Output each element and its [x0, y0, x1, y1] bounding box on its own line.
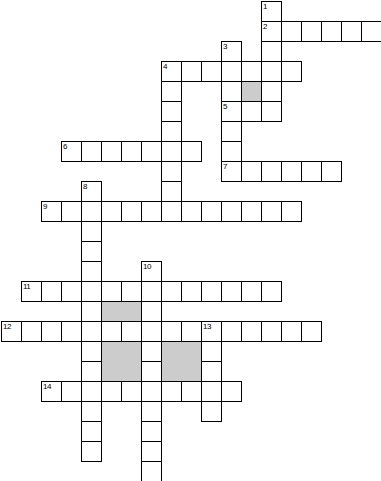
cell-r12-c4[interactable]: [81, 241, 102, 262]
cell-r16-c11[interactable]: [221, 321, 242, 342]
cell-r16-c12[interactable]: [241, 321, 262, 342]
cell-r19-c2[interactable]: 14: [41, 381, 62, 402]
cell-r19-c7[interactable]: [141, 381, 162, 402]
crossword-board: 1234567891011121314: [0, 0, 381, 481]
cell-r3-c14[interactable]: [281, 61, 302, 82]
cell-r10-c9[interactable]: [181, 201, 202, 222]
cell-r10-c2[interactable]: 9: [41, 201, 62, 222]
cell-r11-c4[interactable]: [81, 221, 102, 242]
cell-r16-c10[interactable]: 13: [201, 321, 222, 342]
cell-r21-c7[interactable]: [141, 421, 162, 442]
cell-r14-c6[interactable]: [121, 281, 142, 302]
cell-r22-c4[interactable]: [81, 441, 102, 462]
cell-r16-c3[interactable]: [61, 321, 82, 342]
cell-r5-c12[interactable]: [241, 101, 262, 122]
cell-r7-c6[interactable]: [121, 141, 142, 162]
cell-r8-c8[interactable]: [161, 161, 182, 182]
clue-number-10: 10: [143, 262, 151, 271]
cell-r1-c17[interactable]: [341, 21, 362, 42]
cell-r9-c4[interactable]: 8: [81, 181, 102, 202]
clue-number-9: 9: [43, 202, 47, 211]
cell-r20-c10[interactable]: [201, 401, 222, 422]
cell-r17-c10[interactable]: [201, 341, 222, 362]
cell-r5-c11[interactable]: 5: [221, 101, 242, 122]
clue-number-5: 5: [223, 102, 227, 111]
cell-r17-c4[interactable]: [81, 341, 102, 362]
cell-r8-c15[interactable]: [301, 161, 322, 182]
cell-r22-c7[interactable]: [141, 441, 162, 462]
cell-r10-c6[interactable]: [121, 201, 142, 222]
cell-r10-c10[interactable]: [201, 201, 222, 222]
cell-r14-c7[interactable]: [141, 281, 162, 302]
cell-r16-c5[interactable]: [101, 321, 122, 342]
cell-r19-c11[interactable]: [221, 381, 242, 402]
clue-number-6: 6: [63, 142, 67, 151]
cell-r13-c7[interactable]: 10: [141, 261, 162, 282]
cell-r1-c13[interactable]: 2: [261, 21, 282, 42]
cell-r7-c5[interactable]: [101, 141, 122, 162]
clue-number-2: 2: [263, 22, 267, 31]
cell-r16-c14[interactable]: [281, 321, 302, 342]
cell-r8-c12[interactable]: [241, 161, 262, 182]
clue-number-4: 4: [163, 62, 167, 71]
cell-r3-c8[interactable]: 4: [161, 61, 182, 82]
cell-r19-c5[interactable]: [101, 381, 122, 402]
cell-r7-c4[interactable]: [81, 141, 102, 162]
cell-r6-c11[interactable]: [221, 121, 242, 142]
cell-r14-c12[interactable]: [241, 281, 262, 302]
cell-r13-c4[interactable]: [81, 261, 102, 282]
cell-r19-c3[interactable]: [61, 381, 82, 402]
cell-r3-c11[interactable]: [221, 61, 242, 82]
cell-r16-c0[interactable]: 12: [1, 321, 22, 342]
clue-number-7: 7: [223, 162, 227, 171]
cell-r16-c1[interactable]: [21, 321, 42, 342]
cell-r7-c3[interactable]: 6: [61, 141, 82, 162]
cell-r8-c13[interactable]: [261, 161, 282, 182]
cell-r5-c13[interactable]: [261, 101, 282, 122]
cell-r10-c3[interactable]: [61, 201, 82, 222]
cell-r7-c11[interactable]: [221, 141, 242, 162]
cell-r4-c11[interactable]: [221, 81, 242, 102]
cell-r19-c10[interactable]: [201, 381, 222, 402]
cell-r16-c4[interactable]: [81, 321, 102, 342]
cell-r14-c3[interactable]: [61, 281, 82, 302]
cell-r14-c4[interactable]: [81, 281, 102, 302]
cell-r3-c12[interactable]: [241, 61, 262, 82]
cell-r3-c9[interactable]: [181, 61, 202, 82]
clue-number-12: 12: [3, 322, 11, 331]
shaded-block: [241, 81, 262, 102]
cell-r8-c11[interactable]: 7: [221, 161, 242, 182]
clue-number-13: 13: [203, 322, 211, 331]
cell-r15-c7[interactable]: [141, 301, 162, 322]
cell-r3-c13[interactable]: [261, 61, 282, 82]
cell-r14-c2[interactable]: [41, 281, 62, 302]
cell-r4-c8[interactable]: [161, 81, 182, 102]
cell-r14-c1[interactable]: 11: [21, 281, 42, 302]
cell-r19-c6[interactable]: [121, 381, 142, 402]
cell-r1-c15[interactable]: [301, 21, 322, 42]
cell-r16-c6[interactable]: [121, 321, 142, 342]
cell-r5-c8[interactable]: [161, 101, 182, 122]
clue-number-1: 1: [263, 2, 267, 11]
cell-r1-c16[interactable]: [321, 21, 342, 42]
cell-r8-c16[interactable]: [321, 161, 342, 182]
cell-r4-c13[interactable]: [261, 81, 282, 102]
cell-r23-c7[interactable]: [141, 461, 162, 481]
clue-number-14: 14: [43, 382, 51, 391]
cell-r18-c10[interactable]: [201, 361, 222, 382]
cell-r16-c13[interactable]: [261, 321, 282, 342]
cell-r14-c8[interactable]: [161, 281, 182, 302]
cell-r1-c14[interactable]: [281, 21, 302, 42]
clue-number-3: 3: [223, 42, 227, 51]
cell-r14-c13[interactable]: [261, 281, 282, 302]
cell-r7-c9[interactable]: [181, 141, 202, 162]
cell-r16-c8[interactable]: [161, 321, 182, 342]
cell-r14-c9[interactable]: [181, 281, 202, 302]
cell-r10-c13[interactable]: [261, 201, 282, 222]
cell-r18-c7[interactable]: [141, 361, 162, 382]
cell-r16-c7[interactable]: [141, 321, 162, 342]
cell-r2-c11[interactable]: 3: [221, 41, 242, 62]
cell-r10-c4[interactable]: [81, 201, 102, 222]
cell-r10-c8[interactable]: [161, 201, 182, 222]
cell-r15-c4[interactable]: [81, 301, 102, 322]
cell-r17-c7[interactable]: [141, 341, 162, 362]
cell-r19-c8[interactable]: [161, 381, 182, 402]
cell-r7-c8[interactable]: [161, 141, 182, 162]
cell-r1-c18[interactable]: [361, 21, 381, 42]
cell-r14-c11[interactable]: [221, 281, 242, 302]
cell-r6-c8[interactable]: [161, 121, 182, 142]
cell-r2-c13[interactable]: [261, 41, 282, 62]
cell-r21-c4[interactable]: [81, 421, 102, 442]
clue-number-11: 11: [23, 282, 30, 291]
cell-r9-c8[interactable]: [161, 181, 182, 202]
cell-r10-c7[interactable]: [141, 201, 162, 222]
clue-number-8: 8: [83, 182, 87, 191]
shaded-block: [101, 301, 142, 322]
cell-r10-c5[interactable]: [101, 201, 122, 222]
cell-r18-c4[interactable]: [81, 361, 102, 382]
cell-r16-c15[interactable]: [301, 321, 322, 342]
cell-r20-c7[interactable]: [141, 401, 162, 422]
cell-r16-c2[interactable]: [41, 321, 62, 342]
cell-r0-c13[interactable]: 1: [261, 1, 282, 22]
cell-r10-c12[interactable]: [241, 201, 262, 222]
cell-r16-c9[interactable]: [181, 321, 202, 342]
cell-r7-c7[interactable]: [141, 141, 162, 162]
cell-r14-c5[interactable]: [101, 281, 122, 302]
cell-r14-c10[interactable]: [201, 281, 222, 302]
cell-r10-c14[interactable]: [281, 201, 302, 222]
cell-r8-c14[interactable]: [281, 161, 302, 182]
cell-r10-c11[interactable]: [221, 201, 242, 222]
shaded-block: [101, 341, 142, 382]
cell-r19-c4[interactable]: [81, 381, 102, 402]
cell-r19-c9[interactable]: [181, 381, 202, 402]
shaded-block: [161, 341, 202, 382]
cell-r20-c4[interactable]: [81, 401, 102, 422]
cell-r3-c10[interactable]: [201, 61, 222, 82]
